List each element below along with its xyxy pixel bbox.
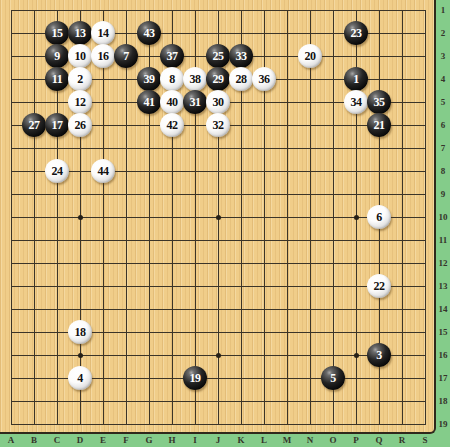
intersection-L8[interactable]: [253, 160, 276, 183]
intersection-R13[interactable]: [391, 275, 414, 298]
intersection-E6[interactable]: [92, 114, 115, 137]
intersection-N8[interactable]: [299, 160, 322, 183]
intersection-P3[interactable]: [345, 45, 368, 68]
intersection-K13[interactable]: [230, 275, 253, 298]
stone-move-35-Q5[interactable]: 35: [367, 90, 391, 114]
intersection-C8[interactable]: 24: [46, 160, 69, 183]
intersection-Q13[interactable]: 22: [368, 275, 391, 298]
intersection-D17[interactable]: 4: [69, 367, 92, 390]
stone-move-18-D15[interactable]: 18: [68, 320, 92, 344]
intersection-L10[interactable]: [253, 206, 276, 229]
intersection-B8[interactable]: [23, 160, 46, 183]
intersection-L16[interactable]: [253, 344, 276, 367]
intersection-E7[interactable]: [92, 137, 115, 160]
intersection-C12[interactable]: [46, 252, 69, 275]
intersection-Q12[interactable]: [368, 252, 391, 275]
stone-move-29-J4[interactable]: 29: [206, 67, 230, 91]
intersection-H15[interactable]: [161, 321, 184, 344]
intersection-B4[interactable]: [23, 68, 46, 91]
intersection-F13[interactable]: [115, 275, 138, 298]
intersection-E1[interactable]: [92, 0, 115, 22]
stone-move-20-N3[interactable]: 20: [298, 44, 322, 68]
intersection-H1[interactable]: [161, 0, 184, 22]
intersection-N17[interactable]: [299, 367, 322, 390]
intersection-J3[interactable]: 25: [207, 45, 230, 68]
intersection-G12[interactable]: [138, 252, 161, 275]
intersection-I19[interactable]: [184, 413, 207, 436]
intersection-J7[interactable]: [207, 137, 230, 160]
intersection-D10[interactable]: [69, 206, 92, 229]
intersection-P8[interactable]: [345, 160, 368, 183]
intersection-J4[interactable]: 29: [207, 68, 230, 91]
intersection-P13[interactable]: [345, 275, 368, 298]
intersection-G14[interactable]: [138, 298, 161, 321]
intersection-A17[interactable]: [0, 367, 23, 390]
intersection-E2[interactable]: 14: [92, 22, 115, 45]
stone-move-5-O17[interactable]: 5: [321, 366, 345, 390]
intersection-A13[interactable]: [0, 275, 23, 298]
stone-move-42-H6[interactable]: 42: [160, 113, 184, 137]
intersection-H13[interactable]: [161, 275, 184, 298]
intersection-M19[interactable]: [276, 413, 299, 436]
intersection-D5[interactable]: 12: [69, 91, 92, 114]
intersection-G13[interactable]: [138, 275, 161, 298]
intersection-A16[interactable]: [0, 344, 23, 367]
stone-move-1-P4[interactable]: 1: [344, 67, 368, 91]
intersection-P16[interactable]: [345, 344, 368, 367]
intersection-M14[interactable]: [276, 298, 299, 321]
stone-move-40-H5[interactable]: 40: [160, 90, 184, 114]
intersection-M4[interactable]: [276, 68, 299, 91]
intersection-D7[interactable]: [69, 137, 92, 160]
intersection-F14[interactable]: [115, 298, 138, 321]
intersection-L5[interactable]: [253, 91, 276, 114]
intersection-L6[interactable]: [253, 114, 276, 137]
intersection-H10[interactable]: [161, 206, 184, 229]
intersection-F2[interactable]: [115, 22, 138, 45]
intersection-Q1[interactable]: [368, 0, 391, 22]
intersection-M8[interactable]: [276, 160, 299, 183]
intersection-R2[interactable]: [391, 22, 414, 45]
intersection-P14[interactable]: [345, 298, 368, 321]
intersection-C10[interactable]: [46, 206, 69, 229]
intersection-R10[interactable]: [391, 206, 414, 229]
intersection-F3[interactable]: 7: [115, 45, 138, 68]
intersection-R3[interactable]: [391, 45, 414, 68]
intersection-G19[interactable]: [138, 413, 161, 436]
intersection-F5[interactable]: [115, 91, 138, 114]
intersection-R4[interactable]: [391, 68, 414, 91]
intersection-N13[interactable]: [299, 275, 322, 298]
intersection-L17[interactable]: [253, 367, 276, 390]
intersection-M7[interactable]: [276, 137, 299, 160]
intersection-B16[interactable]: [23, 344, 46, 367]
intersection-M9[interactable]: [276, 183, 299, 206]
intersection-D12[interactable]: [69, 252, 92, 275]
intersection-R19[interactable]: [391, 413, 414, 436]
intersection-Q5[interactable]: 35: [368, 91, 391, 114]
intersection-F12[interactable]: [115, 252, 138, 275]
intersection-I17[interactable]: 19: [184, 367, 207, 390]
intersection-D18[interactable]: [69, 390, 92, 413]
stone-move-44-E8[interactable]: 44: [91, 159, 115, 183]
intersection-O1[interactable]: [322, 0, 345, 22]
intersection-E15[interactable]: [92, 321, 115, 344]
intersection-I1[interactable]: [184, 0, 207, 22]
intersection-R5[interactable]: [391, 91, 414, 114]
intersection-G4[interactable]: 39: [138, 68, 161, 91]
stone-move-32-J6[interactable]: 32: [206, 113, 230, 137]
intersection-N15[interactable]: [299, 321, 322, 344]
stone-move-17-C6[interactable]: 17: [45, 113, 69, 137]
intersection-E9[interactable]: [92, 183, 115, 206]
intersection-O6[interactable]: [322, 114, 345, 137]
intersection-K11[interactable]: [230, 229, 253, 252]
stone-move-38-I4[interactable]: 38: [183, 67, 207, 91]
intersection-I2[interactable]: [184, 22, 207, 45]
intersection-F10[interactable]: [115, 206, 138, 229]
stone-move-28-K4[interactable]: 28: [229, 67, 253, 91]
intersection-S13[interactable]: [414, 275, 437, 298]
intersection-A4[interactable]: [0, 68, 23, 91]
stone-move-22-Q13[interactable]: 22: [367, 274, 391, 298]
intersection-C6[interactable]: 17: [46, 114, 69, 137]
intersection-K2[interactable]: [230, 22, 253, 45]
intersection-E16[interactable]: [92, 344, 115, 367]
intersection-R1[interactable]: [391, 0, 414, 22]
intersection-E3[interactable]: 16: [92, 45, 115, 68]
intersection-A9[interactable]: [0, 183, 23, 206]
intersection-M11[interactable]: [276, 229, 299, 252]
intersection-Q17[interactable]: [368, 367, 391, 390]
intersection-P1[interactable]: [345, 0, 368, 22]
intersection-L3[interactable]: [253, 45, 276, 68]
intersection-J18[interactable]: [207, 390, 230, 413]
intersection-M17[interactable]: [276, 367, 299, 390]
intersection-L4[interactable]: 36: [253, 68, 276, 91]
intersection-E11[interactable]: [92, 229, 115, 252]
intersection-O5[interactable]: [322, 91, 345, 114]
intersection-C1[interactable]: [46, 0, 69, 22]
intersection-M10[interactable]: [276, 206, 299, 229]
intersection-S16[interactable]: [414, 344, 437, 367]
intersection-D11[interactable]: [69, 229, 92, 252]
intersection-H6[interactable]: 42: [161, 114, 184, 137]
intersection-O11[interactable]: [322, 229, 345, 252]
intersection-M18[interactable]: [276, 390, 299, 413]
intersection-O7[interactable]: [322, 137, 345, 160]
intersection-C7[interactable]: [46, 137, 69, 160]
intersection-G1[interactable]: [138, 0, 161, 22]
intersection-C18[interactable]: [46, 390, 69, 413]
stone-move-37-H3[interactable]: 37: [160, 44, 184, 68]
stone-move-25-J3[interactable]: 25: [206, 44, 230, 68]
intersection-P4[interactable]: 1: [345, 68, 368, 91]
intersection-S3[interactable]: [414, 45, 437, 68]
intersection-O13[interactable]: [322, 275, 345, 298]
intersection-F7[interactable]: [115, 137, 138, 160]
intersection-N4[interactable]: [299, 68, 322, 91]
intersection-H18[interactable]: [161, 390, 184, 413]
intersection-F19[interactable]: [115, 413, 138, 436]
intersection-B14[interactable]: [23, 298, 46, 321]
intersection-P19[interactable]: [345, 413, 368, 436]
intersection-K16[interactable]: [230, 344, 253, 367]
intersection-I4[interactable]: 38: [184, 68, 207, 91]
intersection-I6[interactable]: [184, 114, 207, 137]
intersection-I9[interactable]: [184, 183, 207, 206]
stone-move-26-D6[interactable]: 26: [68, 113, 92, 137]
stone-move-21-Q6[interactable]: 21: [367, 113, 391, 137]
intersection-I3[interactable]: [184, 45, 207, 68]
intersection-N1[interactable]: [299, 0, 322, 22]
intersection-Q4[interactable]: [368, 68, 391, 91]
intersection-L15[interactable]: [253, 321, 276, 344]
stone-move-14-E2[interactable]: 14: [91, 21, 115, 45]
intersection-A14[interactable]: [0, 298, 23, 321]
intersection-O16[interactable]: [322, 344, 345, 367]
intersection-J9[interactable]: [207, 183, 230, 206]
stone-move-43-G2[interactable]: 43: [137, 21, 161, 45]
intersection-R15[interactable]: [391, 321, 414, 344]
intersection-J12[interactable]: [207, 252, 230, 275]
intersection-H7[interactable]: [161, 137, 184, 160]
intersection-G9[interactable]: [138, 183, 161, 206]
intersection-S9[interactable]: [414, 183, 437, 206]
intersection-G2[interactable]: 43: [138, 22, 161, 45]
intersection-Q10[interactable]: 6: [368, 206, 391, 229]
intersection-E8[interactable]: 44: [92, 160, 115, 183]
stone-move-31-I5[interactable]: 31: [183, 90, 207, 114]
intersection-K18[interactable]: [230, 390, 253, 413]
stone-move-8-H4[interactable]: 8: [160, 67, 184, 91]
intersection-Q18[interactable]: [368, 390, 391, 413]
intersection-S2[interactable]: [414, 22, 437, 45]
intersection-H2[interactable]: [161, 22, 184, 45]
intersection-S6[interactable]: [414, 114, 437, 137]
intersection-B2[interactable]: [23, 22, 46, 45]
intersection-G5[interactable]: 41: [138, 91, 161, 114]
intersection-O15[interactable]: [322, 321, 345, 344]
stone-move-15-C2[interactable]: 15: [45, 21, 69, 45]
intersection-O9[interactable]: [322, 183, 345, 206]
intersection-J15[interactable]: [207, 321, 230, 344]
intersection-R9[interactable]: [391, 183, 414, 206]
intersection-H14[interactable]: [161, 298, 184, 321]
intersection-N3[interactable]: 20: [299, 45, 322, 68]
intersection-N9[interactable]: [299, 183, 322, 206]
intersection-R12[interactable]: [391, 252, 414, 275]
intersection-K14[interactable]: [230, 298, 253, 321]
intersection-R8[interactable]: [391, 160, 414, 183]
intersection-C11[interactable]: [46, 229, 69, 252]
stone-move-19-I17[interactable]: 19: [183, 366, 207, 390]
intersection-H16[interactable]: [161, 344, 184, 367]
intersection-N2[interactable]: [299, 22, 322, 45]
intersection-A2[interactable]: [0, 22, 23, 45]
intersection-N14[interactable]: [299, 298, 322, 321]
intersection-D6[interactable]: 26: [69, 114, 92, 137]
intersection-Q11[interactable]: [368, 229, 391, 252]
intersection-B15[interactable]: [23, 321, 46, 344]
stone-move-16-E3[interactable]: 16: [91, 44, 115, 68]
intersection-D13[interactable]: [69, 275, 92, 298]
intersection-D1[interactable]: [69, 0, 92, 22]
intersection-N16[interactable]: [299, 344, 322, 367]
intersection-P6[interactable]: [345, 114, 368, 137]
intersection-D15[interactable]: 18: [69, 321, 92, 344]
intersection-S4[interactable]: [414, 68, 437, 91]
intersection-I11[interactable]: [184, 229, 207, 252]
intersection-C15[interactable]: [46, 321, 69, 344]
intersection-S15[interactable]: [414, 321, 437, 344]
intersection-G15[interactable]: [138, 321, 161, 344]
intersection-O3[interactable]: [322, 45, 345, 68]
intersection-A5[interactable]: [0, 91, 23, 114]
intersection-M15[interactable]: [276, 321, 299, 344]
intersection-N6[interactable]: [299, 114, 322, 137]
intersection-M16[interactable]: [276, 344, 299, 367]
intersection-J13[interactable]: [207, 275, 230, 298]
intersection-I18[interactable]: [184, 390, 207, 413]
intersection-I5[interactable]: 31: [184, 91, 207, 114]
intersection-G16[interactable]: [138, 344, 161, 367]
intersection-E17[interactable]: [92, 367, 115, 390]
intersection-S1[interactable]: [414, 0, 437, 22]
intersection-E5[interactable]: [92, 91, 115, 114]
intersection-M1[interactable]: [276, 0, 299, 22]
intersection-B1[interactable]: [23, 0, 46, 22]
intersection-B6[interactable]: 27: [23, 114, 46, 137]
stone-move-9-C3[interactable]: 9: [45, 44, 69, 68]
intersection-N18[interactable]: [299, 390, 322, 413]
intersection-M12[interactable]: [276, 252, 299, 275]
intersection-K19[interactable]: [230, 413, 253, 436]
intersection-K6[interactable]: [230, 114, 253, 137]
intersection-P2[interactable]: 23: [345, 22, 368, 45]
intersection-H9[interactable]: [161, 183, 184, 206]
intersection-F1[interactable]: [115, 0, 138, 22]
intersection-K3[interactable]: 33: [230, 45, 253, 68]
intersection-R7[interactable]: [391, 137, 414, 160]
intersection-Q19[interactable]: [368, 413, 391, 436]
intersection-A12[interactable]: [0, 252, 23, 275]
intersection-S19[interactable]: [414, 413, 437, 436]
intersection-P15[interactable]: [345, 321, 368, 344]
stone-move-11-C4[interactable]: 11: [45, 67, 69, 91]
intersection-H12[interactable]: [161, 252, 184, 275]
intersection-O14[interactable]: [322, 298, 345, 321]
intersection-N5[interactable]: [299, 91, 322, 114]
intersection-H5[interactable]: 40: [161, 91, 184, 114]
stone-move-4-D17[interactable]: 4: [68, 366, 92, 390]
intersection-A8[interactable]: [0, 160, 23, 183]
intersection-J5[interactable]: 30: [207, 91, 230, 114]
intersection-G6[interactable]: [138, 114, 161, 137]
intersection-L18[interactable]: [253, 390, 276, 413]
intersection-I16[interactable]: [184, 344, 207, 367]
stone-move-36-L4[interactable]: 36: [252, 67, 276, 91]
intersection-K1[interactable]: [230, 0, 253, 22]
intersection-S17[interactable]: [414, 367, 437, 390]
intersection-R16[interactable]: [391, 344, 414, 367]
intersection-L2[interactable]: [253, 22, 276, 45]
intersection-G17[interactable]: [138, 367, 161, 390]
intersection-K10[interactable]: [230, 206, 253, 229]
intersection-C9[interactable]: [46, 183, 69, 206]
intersection-E4[interactable]: [92, 68, 115, 91]
intersection-D14[interactable]: [69, 298, 92, 321]
intersection-A3[interactable]: [0, 45, 23, 68]
intersection-C19[interactable]: [46, 413, 69, 436]
intersection-A1[interactable]: [0, 0, 23, 22]
intersection-B12[interactable]: [23, 252, 46, 275]
intersection-O17[interactable]: 5: [322, 367, 345, 390]
stone-move-24-C8[interactable]: 24: [45, 159, 69, 183]
intersection-N7[interactable]: [299, 137, 322, 160]
intersection-K5[interactable]: [230, 91, 253, 114]
intersection-P7[interactable]: [345, 137, 368, 160]
intersection-Q8[interactable]: [368, 160, 391, 183]
intersection-C17[interactable]: [46, 367, 69, 390]
intersection-E12[interactable]: [92, 252, 115, 275]
intersection-F6[interactable]: [115, 114, 138, 137]
intersection-M2[interactable]: [276, 22, 299, 45]
intersection-I12[interactable]: [184, 252, 207, 275]
intersection-S18[interactable]: [414, 390, 437, 413]
intersection-S7[interactable]: [414, 137, 437, 160]
intersection-D8[interactable]: [69, 160, 92, 183]
intersection-D9[interactable]: [69, 183, 92, 206]
stone-move-12-D5[interactable]: 12: [68, 90, 92, 114]
intersection-F15[interactable]: [115, 321, 138, 344]
intersection-H17[interactable]: [161, 367, 184, 390]
intersection-S14[interactable]: [414, 298, 437, 321]
intersection-K17[interactable]: [230, 367, 253, 390]
intersection-D2[interactable]: 13: [69, 22, 92, 45]
intersection-D16[interactable]: [69, 344, 92, 367]
intersection-L13[interactable]: [253, 275, 276, 298]
intersection-L12[interactable]: [253, 252, 276, 275]
intersection-S11[interactable]: [414, 229, 437, 252]
intersection-L11[interactable]: [253, 229, 276, 252]
intersection-G11[interactable]: [138, 229, 161, 252]
intersection-I10[interactable]: [184, 206, 207, 229]
intersection-N12[interactable]: [299, 252, 322, 275]
intersection-F8[interactable]: [115, 160, 138, 183]
intersection-P18[interactable]: [345, 390, 368, 413]
intersection-I14[interactable]: [184, 298, 207, 321]
intersection-Q2[interactable]: [368, 22, 391, 45]
intersection-E13[interactable]: [92, 275, 115, 298]
intersection-I7[interactable]: [184, 137, 207, 160]
intersection-C4[interactable]: 11: [46, 68, 69, 91]
intersection-K7[interactable]: [230, 137, 253, 160]
intersection-P11[interactable]: [345, 229, 368, 252]
intersection-G18[interactable]: [138, 390, 161, 413]
intersection-B5[interactable]: [23, 91, 46, 114]
intersection-L7[interactable]: [253, 137, 276, 160]
intersection-J10[interactable]: [207, 206, 230, 229]
intersection-K8[interactable]: [230, 160, 253, 183]
intersection-F17[interactable]: [115, 367, 138, 390]
intersection-D4[interactable]: 2: [69, 68, 92, 91]
intersection-O8[interactable]: [322, 160, 345, 183]
intersection-J2[interactable]: [207, 22, 230, 45]
intersection-J19[interactable]: [207, 413, 230, 436]
intersection-B11[interactable]: [23, 229, 46, 252]
intersection-J6[interactable]: 32: [207, 114, 230, 137]
